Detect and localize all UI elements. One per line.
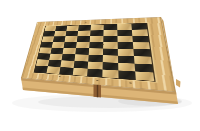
wood-grain-speck (129, 83, 131, 84)
wood-grain-speck (59, 76, 61, 77)
fold-seam-line (97, 85, 98, 98)
square-g1 (118, 70, 135, 79)
board-grid (34, 23, 156, 82)
hinge-tab (176, 79, 181, 88)
square-f1 (102, 70, 118, 79)
square-e1 (87, 69, 102, 78)
square-h1 (135, 71, 154, 81)
square-c1 (59, 67, 73, 75)
photo-background (0, 0, 200, 131)
wood-grain-speck (96, 80, 98, 81)
wood-grain-speck (85, 22, 87, 23)
square-d1 (73, 68, 88, 76)
